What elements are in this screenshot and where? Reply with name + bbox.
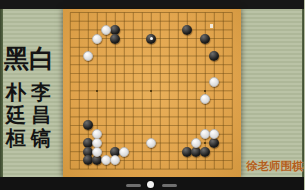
progress-knob[interactable] — [147, 181, 154, 188]
white-name-char: 昌 — [28, 104, 55, 127]
video-progress-control[interactable] — [125, 180, 179, 190]
black-stone — [200, 147, 210, 157]
right-panel — [241, 9, 302, 177]
white-stone — [119, 147, 129, 157]
white-stone — [110, 155, 120, 165]
white-stone — [101, 25, 111, 35]
black-name-char: 桓 — [3, 127, 30, 150]
black-label: 黑 — [3, 45, 30, 72]
white-stone — [146, 138, 156, 148]
white-stone — [92, 34, 102, 44]
star-point — [150, 90, 152, 92]
player-column-white: 白 李昌镐 — [28, 45, 55, 150]
black-stone — [182, 25, 192, 35]
white-label: 白 — [28, 45, 55, 72]
star-point — [96, 90, 98, 92]
player-column-black: 黑 朴廷桓 — [3, 45, 30, 150]
black-stone — [200, 34, 210, 44]
white-stone — [200, 94, 210, 104]
white-square-marker — [210, 24, 214, 28]
black-stone — [209, 51, 219, 61]
left-panel: 黑 朴廷桓 白 李昌镐 — [3, 9, 64, 177]
black-name-char: 朴 — [3, 81, 30, 104]
white-stone — [191, 138, 201, 148]
go-board — [63, 9, 241, 177]
white-name-char: 镐 — [28, 127, 55, 150]
white-stone — [92, 147, 102, 157]
black-stone — [209, 138, 219, 148]
right-edge-strip — [302, 9, 305, 177]
white-stone — [209, 129, 219, 139]
black-stone — [83, 120, 93, 130]
white-stone — [209, 77, 219, 87]
white-name-char: 李 — [28, 81, 55, 104]
black-stone — [110, 34, 120, 44]
star-point — [204, 90, 206, 92]
black-stone — [146, 34, 156, 44]
last-move-marker — [150, 37, 153, 40]
time-total-blur — [162, 184, 177, 188]
star-point — [204, 142, 206, 144]
time-elapsed-blur — [126, 184, 141, 188]
black-name-char: 廷 — [3, 104, 30, 127]
board-stone-grid — [66, 8, 237, 173]
watermark-text: 徐老师围棋教室 — [246, 159, 304, 174]
white-stone — [83, 51, 93, 61]
